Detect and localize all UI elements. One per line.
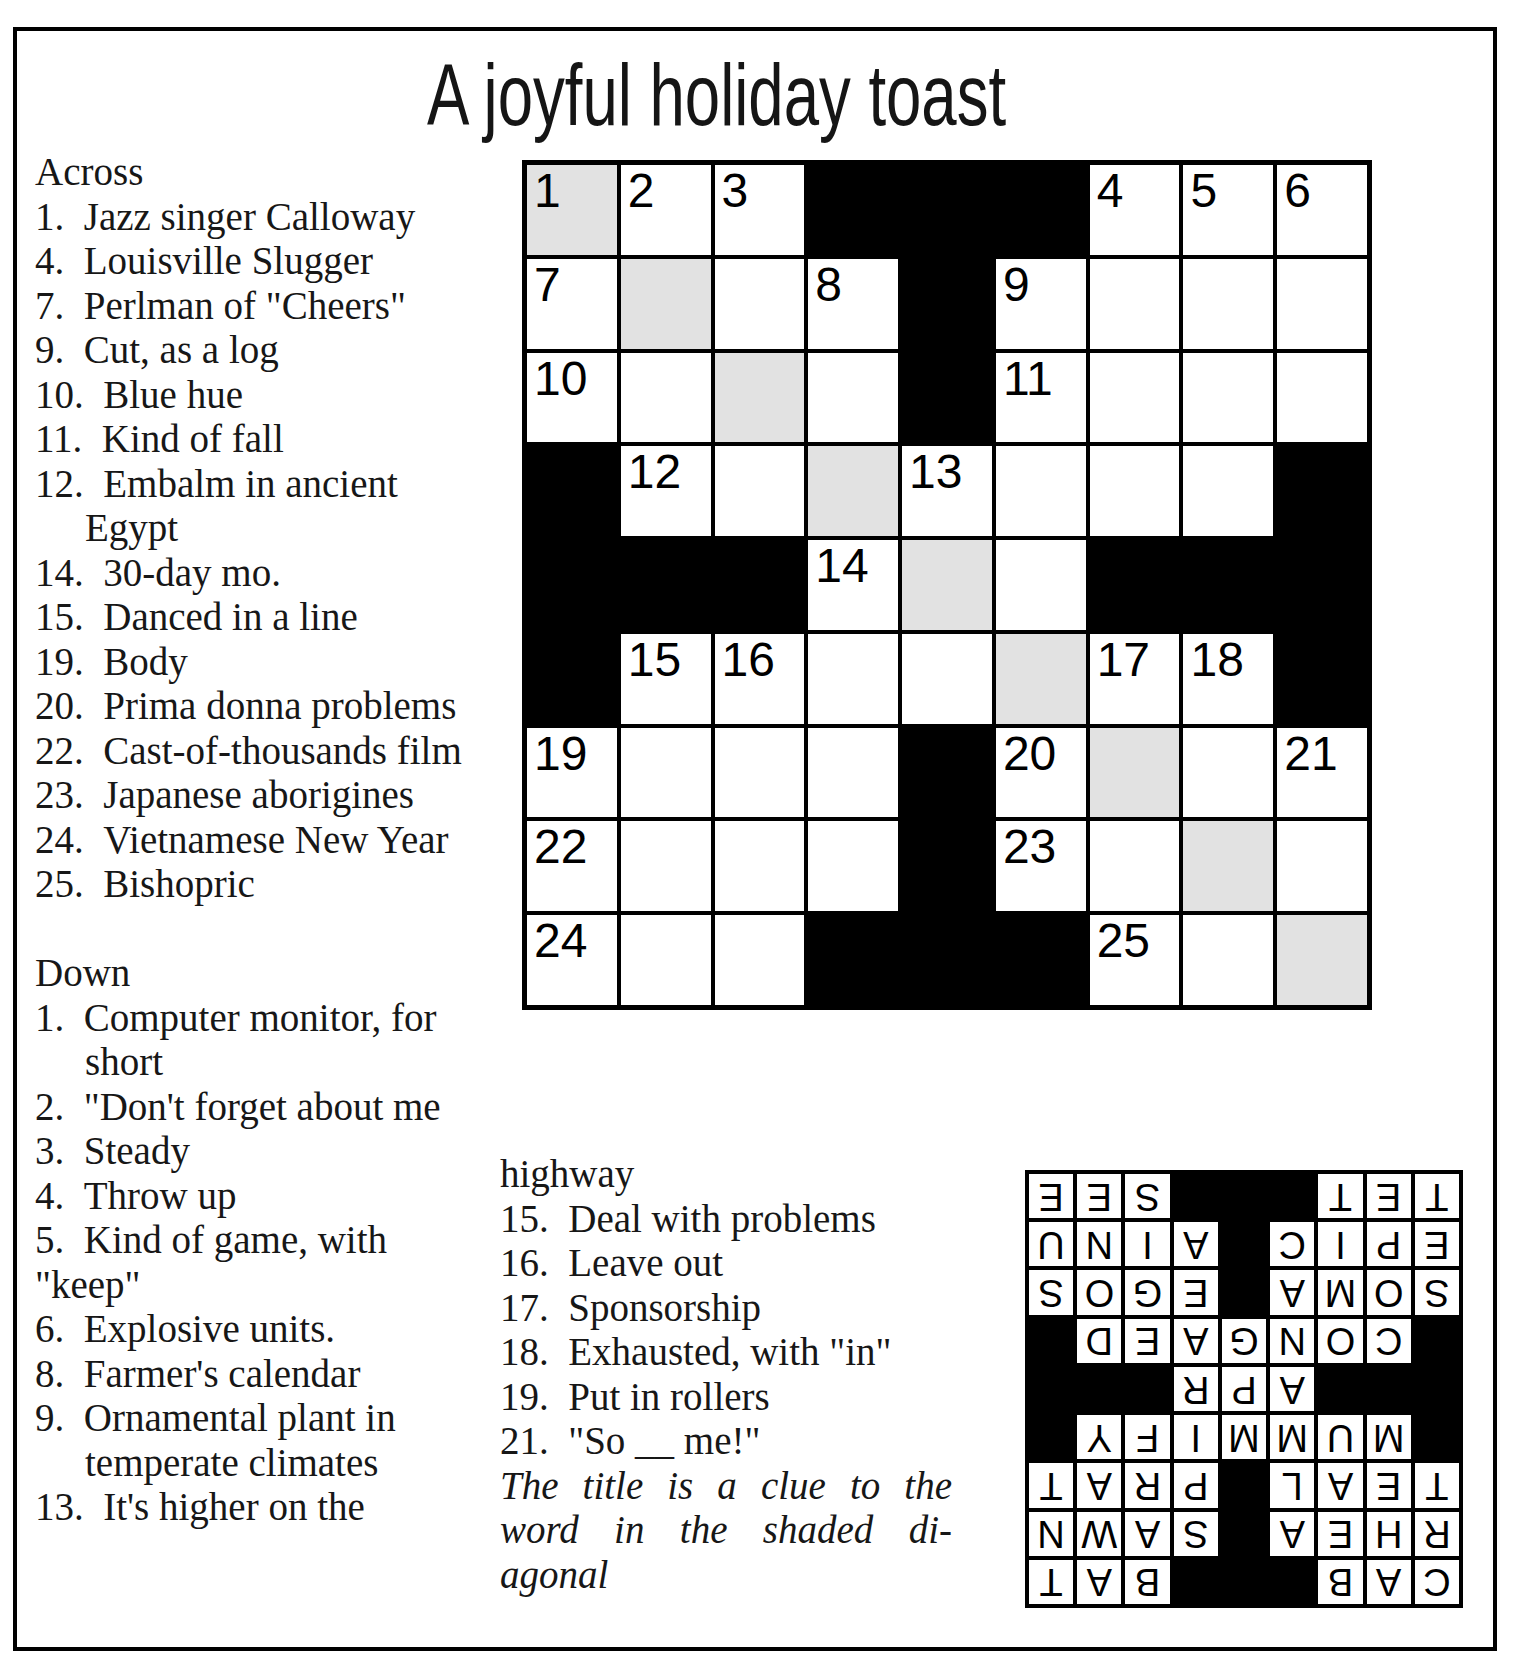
block-cell (902, 821, 992, 911)
block-cell (527, 540, 617, 630)
clue-line: 22. Cast-of-thousands film (35, 729, 501, 774)
title-row: A joyful holiday toast (17, 47, 1417, 143)
clue-number: 7 (534, 261, 561, 309)
solution-letter-r6c4: N (1270, 1319, 1314, 1363)
clue-line: 21. "So __ me!" (500, 1419, 952, 1464)
grid-cell-r6c6[interactable] (996, 634, 1086, 724)
solution-block-cell (1222, 1560, 1266, 1604)
clue-line: 8. Farmer's calendar (35, 1352, 501, 1397)
block-cell (902, 728, 992, 818)
grid-cell-r5c4[interactable]: 14 (808, 540, 898, 630)
grid-cell-r6c5[interactable] (902, 634, 992, 724)
grid-cell-r4c6[interactable] (996, 446, 1086, 536)
clue-line: 9. Cut, as a log (35, 328, 501, 373)
solution-letter-r3c6: P (1174, 1463, 1218, 1507)
clue-line: 6. Explosive units. (35, 1307, 501, 1352)
solution-block-cell (1029, 1319, 1073, 1363)
block-cell (1090, 540, 1180, 630)
solution-letter-r6c2: C (1367, 1319, 1411, 1363)
clue-line: 15. Danced in a line (35, 595, 501, 640)
grid-cell-r5c5[interactable] (902, 540, 992, 630)
clue-number: 8 (815, 261, 842, 309)
solution-letter-r4c4: M (1270, 1415, 1314, 1459)
grid-cell-r3c2[interactable] (621, 353, 711, 443)
grid-cell-r7c1[interactable]: 19 (527, 728, 617, 818)
clue-section-header: Down (35, 951, 501, 996)
solution-letter-r1c3: B (1318, 1560, 1362, 1604)
clue-line: 5. Kind of game, with (35, 1218, 501, 1263)
solution-letter-r2c2: H (1367, 1512, 1411, 1556)
clue-line: 24. Vietnamese New Year (35, 818, 501, 863)
clue-line: 4. Louisville Slugger (35, 239, 501, 284)
clue-line: 15. Deal with problems (500, 1197, 952, 1242)
solution-block-cell (1174, 1174, 1218, 1218)
solution-letter-r8c3: I (1318, 1222, 1362, 1266)
grid-cell-r2c4[interactable]: 8 (808, 259, 898, 349)
grid-cell-r1c1[interactable]: 1 (527, 165, 617, 255)
clue-number: 11 (1003, 355, 1053, 403)
block-cell (621, 540, 711, 630)
solution-letter-r5c4: A (1270, 1367, 1314, 1411)
grid-cell-r2c7[interactable] (1090, 259, 1180, 349)
grid-cell-r6c3[interactable]: 16 (715, 634, 805, 724)
grid-cell-r9c8[interactable] (1183, 915, 1273, 1005)
solution-letter-r6c3: O (1318, 1319, 1362, 1363)
solution-block-cell (1270, 1174, 1314, 1218)
grid-cell-r8c3[interactable] (715, 821, 805, 911)
solution-block-cell (1367, 1367, 1411, 1411)
clue-number: 12 (628, 448, 681, 496)
block-cell (1183, 540, 1273, 630)
solution-letter-r3c7: R (1125, 1463, 1169, 1507)
grid-cell-r3c8[interactable] (1183, 353, 1273, 443)
solution-block-cell (1222, 1222, 1266, 1266)
grid-cell-r8c2[interactable] (621, 821, 711, 911)
clue-line: 25. Bishopric (35, 862, 501, 907)
grid-cell-r3c1[interactable]: 10 (527, 353, 617, 443)
clue-line: 7. Perlman of "Cheers" (35, 284, 501, 329)
solution-letter-r8c7: I (1125, 1222, 1169, 1266)
solution-block-cell (1125, 1367, 1169, 1411)
clue-gap (35, 907, 501, 952)
clue-line: 3. Steady (35, 1129, 501, 1174)
solution-letter-r2c4: A (1270, 1512, 1314, 1556)
solution-block-cell (1222, 1463, 1266, 1507)
solution-letter-r9c2: E (1367, 1174, 1411, 1218)
solution-block-cell (1222, 1512, 1266, 1556)
solution-letter-r2c1: R (1415, 1512, 1459, 1556)
clue-line: temperate climates (35, 1441, 501, 1486)
grid-cell-r6c2[interactable]: 15 (621, 634, 711, 724)
grid-cell-r2c6[interactable]: 9 (996, 259, 1086, 349)
solution-letter-r5c6: R (1174, 1367, 1218, 1411)
solution-block-cell (1222, 1174, 1266, 1218)
grid-cell-r6c8[interactable]: 18 (1183, 634, 1273, 724)
solution-letter-r6c5: G (1222, 1319, 1266, 1363)
clue-line: 14. 30-day mo. (35, 551, 501, 596)
solution-letter-r3c3: A (1318, 1463, 1362, 1507)
solution-block-cell (1415, 1415, 1459, 1459)
grid-cell-r3c3[interactable] (715, 353, 805, 443)
grid-cell-r1c2[interactable]: 2 (621, 165, 711, 255)
grid-cell-r4c7[interactable] (1090, 446, 1180, 536)
grid-cell-r9c1[interactable]: 24 (527, 915, 617, 1005)
solution-letter-r9c9: E (1029, 1174, 1073, 1218)
note-line: word in the shaded di- (500, 1508, 952, 1553)
puzzle-page: A joyful holiday toast Across1. Jazz sin… (0, 0, 1515, 1665)
solution-block-cell (1077, 1367, 1121, 1411)
solution-letter-r4c6: I (1174, 1415, 1218, 1459)
clue-line: 20. Prima donna problems (35, 684, 501, 729)
grid-cell-r8c9[interactable] (1277, 821, 1367, 911)
block-cell (902, 165, 992, 255)
solution-letter-r7c4: A (1270, 1270, 1314, 1314)
solution-letter-r7c7: G (1125, 1270, 1169, 1314)
grid-cell-r2c9[interactable] (1277, 259, 1367, 349)
clue-number: 1 (534, 167, 561, 215)
clue-number: 24 (534, 917, 587, 965)
grid-cell-r8c4[interactable] (808, 821, 898, 911)
clue-number: 22 (534, 823, 587, 871)
clue-line: 1. Jazz singer Calloway (35, 195, 501, 240)
block-cell (1277, 634, 1367, 724)
clue-line: 17. Sponsorship (500, 1286, 952, 1331)
solution-letter-r7c9: S (1029, 1270, 1073, 1314)
clue-line: 1. Computer monitor, for (35, 996, 501, 1041)
grid-cell-r7c2[interactable] (621, 728, 711, 818)
solution-letter-r2c3: E (1318, 1512, 1362, 1556)
block-cell (527, 634, 617, 724)
clue-number: 5 (1190, 167, 1217, 215)
solution-letter-r3c8: A (1077, 1463, 1121, 1507)
grid-cell-r1c9[interactable]: 6 (1277, 165, 1367, 255)
clue-number: 2 (628, 167, 655, 215)
solution-block-cell (1415, 1367, 1459, 1411)
solution-letter-r8c2: P (1367, 1222, 1411, 1266)
solution-letter-r8c8: N (1077, 1222, 1121, 1266)
page-frame: A joyful holiday toast Across1. Jazz sin… (13, 27, 1497, 1651)
grid-cell-r9c3[interactable] (715, 915, 805, 1005)
note-line: The title is a clue to the (500, 1464, 952, 1509)
solution-letter-r6c7: E (1125, 1319, 1169, 1363)
solution-block-cell (1415, 1319, 1459, 1363)
clue-line: 19. Put in rollers (500, 1375, 952, 1420)
grid-cell-r6c4[interactable] (808, 634, 898, 724)
solution-letter-r8c4: C (1270, 1222, 1314, 1266)
solution-block-cell (1029, 1367, 1073, 1411)
grid-cell-r2c1[interactable]: 7 (527, 259, 617, 349)
solution-block-cell (1318, 1367, 1362, 1411)
grid-cell-r6c7[interactable]: 17 (1090, 634, 1180, 724)
solution-letter-r4c5: M (1222, 1415, 1266, 1459)
clue-line: 9. Ornamental plant in (35, 1396, 501, 1441)
clue-number: 4 (1097, 167, 1124, 215)
solution-letter-r4c2: M (1367, 1415, 1411, 1459)
clue-number: 3 (722, 167, 749, 215)
clue-line: 4. Throw up (35, 1174, 501, 1219)
grid-cell-r5c6[interactable] (996, 540, 1086, 630)
crossword-grid: 1234567891011121314151617181920212223242… (522, 160, 1372, 1010)
grid-cell-r3c6[interactable]: 11 (996, 353, 1086, 443)
grid-cell-r4c2[interactable]: 12 (621, 446, 711, 536)
clue-number: 18 (1190, 636, 1243, 684)
solution-letter-r8c6: A (1174, 1222, 1218, 1266)
clue-line: 18. Exhausted, with "in" (500, 1330, 952, 1375)
solution-letter-r7c3: M (1318, 1270, 1362, 1314)
block-cell (808, 915, 898, 1005)
solution-letter-r4c3: U (1318, 1415, 1362, 1459)
grid-cell-r8c6[interactable]: 23 (996, 821, 1086, 911)
solution-letter-r3c4: L (1270, 1463, 1314, 1507)
clue-line: "keep" (35, 1263, 501, 1308)
solution-letter-r3c9: T (1029, 1463, 1073, 1507)
solution-letter-r7c8: O (1077, 1270, 1121, 1314)
puzzle-title: A joyful holiday toast (427, 47, 1006, 143)
solution-block-cell (1029, 1415, 1073, 1459)
clue-line: 23. Japanese aborigines (35, 773, 501, 818)
solution-letter-r7c1: S (1415, 1270, 1459, 1314)
grid-cell-r7c8[interactable] (1183, 728, 1273, 818)
clue-line: 13. It's higher on the (35, 1485, 501, 1530)
block-cell (996, 165, 1086, 255)
solution-block-cell (1222, 1270, 1266, 1314)
grid-cell-r9c9[interactable] (1277, 915, 1367, 1005)
block-cell (902, 259, 992, 349)
note-line: agonal (500, 1553, 952, 1598)
solution-letter-r6c6: A (1174, 1319, 1218, 1363)
grid-cell-r1c3[interactable]: 3 (715, 165, 805, 255)
block-cell (902, 353, 992, 443)
solution-letter-r7c2: O (1367, 1270, 1411, 1314)
solution-letter-r3c2: E (1367, 1463, 1411, 1507)
solution-letter-r7c6: E (1174, 1270, 1218, 1314)
solution-letter-r1c9: T (1029, 1560, 1073, 1604)
grid-cell-r1c7[interactable]: 4 (1090, 165, 1180, 255)
solution-block-cell (1270, 1560, 1314, 1604)
clue-line: 2. "Don't forget about me (35, 1085, 501, 1130)
grid-cell-r7c3[interactable] (715, 728, 805, 818)
grid-cell-r1c8[interactable]: 5 (1183, 165, 1273, 255)
grid-cell-r7c7[interactable] (1090, 728, 1180, 818)
solution-letter-r4c7: F (1125, 1415, 1169, 1459)
grid-cell-r7c9[interactable]: 21 (1277, 728, 1367, 818)
grid-cell-r4c8[interactable] (1183, 446, 1273, 536)
solution-letter-r9c3: T (1318, 1174, 1362, 1218)
block-cell (902, 915, 992, 1005)
solution-letter-r1c1: C (1415, 1560, 1459, 1604)
grid-cell-r3c7[interactable] (1090, 353, 1180, 443)
clue-number: 16 (722, 636, 775, 684)
solution-letter-r1c2: A (1367, 1560, 1411, 1604)
block-cell (808, 165, 898, 255)
solution-letter-r2c7: A (1125, 1512, 1169, 1556)
solution-letter-r2c9: N (1029, 1512, 1073, 1556)
clue-number: 10 (534, 355, 587, 403)
solution-letter-r4c8: Y (1077, 1415, 1121, 1459)
grid-cell-r8c8[interactable] (1183, 821, 1273, 911)
clue-number: 17 (1097, 636, 1150, 684)
clue-number: 19 (534, 730, 587, 778)
grid-cell-r3c4[interactable] (808, 353, 898, 443)
grid-cell-r3c9[interactable] (1277, 353, 1367, 443)
grid-cell-r9c7[interactable]: 25 (1090, 915, 1180, 1005)
grid-cell-r8c1[interactable]: 22 (527, 821, 617, 911)
clue-line: 19. Body (35, 640, 501, 685)
solution-letter-r8c1: E (1415, 1222, 1459, 1266)
clue-column-middle: highway15. Deal with problems16. Leave o… (500, 1152, 952, 1597)
block-cell (715, 540, 805, 630)
clue-line: Egypt (35, 506, 501, 551)
solution-block-cell (1174, 1560, 1218, 1604)
clue-number: 15 (628, 636, 681, 684)
grid-cell-r4c5[interactable]: 13 (902, 446, 992, 536)
clue-line: 10. Blue hue (35, 373, 501, 418)
solution-letter-r5c5: P (1222, 1367, 1266, 1411)
clue-section-header: Across (35, 150, 501, 195)
block-cell (1277, 446, 1367, 536)
solution-letter-r2c8: W (1077, 1512, 1121, 1556)
solution-letter-r6c8: D (1077, 1319, 1121, 1363)
clue-line: 12. Embalm in ancient (35, 462, 501, 507)
grid-cell-r7c6[interactable]: 20 (996, 728, 1086, 818)
clue-number: 20 (1003, 730, 1056, 778)
block-cell (996, 915, 1086, 1005)
solution-letter-r2c6: S (1174, 1512, 1218, 1556)
clue-column-left: Across1. Jazz singer Calloway4. Louisvil… (35, 150, 501, 1530)
clue-line: 11. Kind of fall (35, 417, 501, 462)
grid-cell-r2c3[interactable] (715, 259, 805, 349)
clue-number: 14 (815, 542, 868, 590)
solution-letter-r8c9: U (1029, 1222, 1073, 1266)
grid-cell-r2c8[interactable] (1183, 259, 1273, 349)
solution-letter-r9c1: T (1415, 1174, 1459, 1218)
clue-number: 13 (909, 448, 962, 496)
grid-cell-r8c7[interactable] (1090, 821, 1180, 911)
solution-letter-r3c1: T (1415, 1463, 1459, 1507)
clue-number: 9 (1003, 261, 1030, 309)
grid-cell-r2c2[interactable] (621, 259, 711, 349)
grid-cell-r4c4[interactable] (808, 446, 898, 536)
clue-number: 6 (1284, 167, 1311, 215)
clue-line: highway (500, 1152, 952, 1197)
solution-grid-rotated: CABBATRHEASAWNTEALPRATMUMMIFYAPRCONGAEDS… (1025, 1170, 1463, 1608)
grid-cell-r9c2[interactable] (621, 915, 711, 1005)
solution-letter-r9c8: E (1077, 1174, 1121, 1218)
clue-number: 25 (1097, 917, 1150, 965)
clue-line: short (35, 1040, 501, 1085)
solution-letter-r1c7: B (1125, 1560, 1169, 1604)
block-cell (1277, 540, 1367, 630)
solution-letter-r9c7: S (1125, 1174, 1169, 1218)
grid-cell-r7c4[interactable] (808, 728, 898, 818)
clue-line: 16. Leave out (500, 1241, 952, 1286)
solution-letter-r1c8: A (1077, 1560, 1121, 1604)
clue-number: 21 (1284, 730, 1337, 778)
grid-cell-r4c3[interactable] (715, 446, 805, 536)
block-cell (527, 446, 617, 536)
clue-number: 23 (1003, 823, 1056, 871)
